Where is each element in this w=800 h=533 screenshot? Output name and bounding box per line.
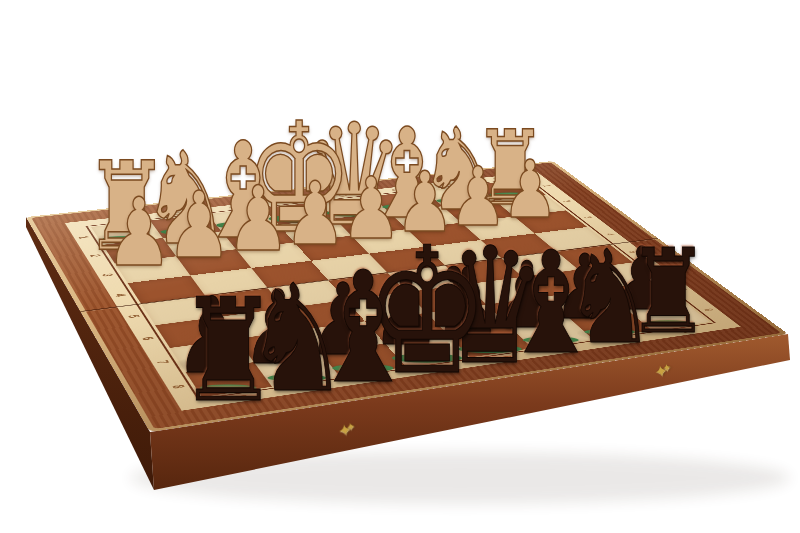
piece-white-pawn: ♟ (105, 186, 173, 280)
piece-white-pawn: ♟ (226, 175, 290, 265)
brass-clasp-2: ✦✦ (654, 368, 671, 373)
brass-clasp-1: ✦✦ (339, 426, 356, 431)
piece-black-rook: ♜ (178, 281, 280, 423)
piece-white-pawn: ♟ (166, 180, 232, 272)
chess-set-photo: HGFEDCBAHGFEDCBA1234567812345678 ✦✦✦✦ ♜♞… (0, 0, 800, 533)
